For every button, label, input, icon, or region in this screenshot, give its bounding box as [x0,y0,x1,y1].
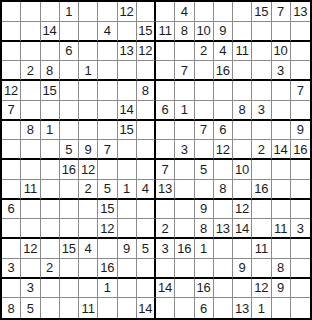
cell-r11c12[interactable] [214,200,233,220]
cell-r2c7[interactable] [118,22,137,42]
cell-r10c11[interactable] [195,180,214,200]
given-cell-r12c13[interactable]: 14 [233,219,252,239]
cell-r2c13[interactable] [233,22,252,42]
given-cell-r3c13[interactable]: 11 [233,42,252,62]
given-cell-r2c10[interactable]: 8 [175,22,194,42]
cell-r4c14[interactable] [252,61,271,81]
cell-r5c15[interactable] [272,81,291,101]
cell-r15c7[interactable] [118,279,137,299]
cell-r13c16[interactable] [291,239,310,259]
cell-r11c10[interactable] [175,200,194,220]
cell-r16c3[interactable] [41,298,60,318]
given-cell-r15c9[interactable]: 14 [156,279,175,299]
cell-r8c13[interactable] [233,140,252,160]
cell-r11c3[interactable] [41,200,60,220]
given-cell-r12c9[interactable]: 2 [156,219,175,239]
given-cell-r14c1[interactable]: 3 [2,259,21,279]
cell-r11c5[interactable] [79,200,98,220]
given-cell-r12c16[interactable]: 3 [291,219,310,239]
cell-r2c16[interactable] [291,22,310,42]
cell-r3c1[interactable] [2,42,21,62]
given-cell-r13c7[interactable]: 9 [118,239,137,259]
cell-r2c15[interactable] [272,22,291,42]
sudoku-page: 1124157131441511810961312241110281716312… [0,0,312,320]
cell-r12c14[interactable] [252,219,271,239]
cell-r15c16[interactable] [291,279,310,299]
cell-r7c9[interactable] [156,121,175,141]
given-cell-r13c10[interactable]: 16 [175,239,194,259]
cell-r6c5[interactable] [79,101,98,121]
cell-r6c12[interactable] [214,101,233,121]
cell-r4c16[interactable] [291,61,310,81]
cell-r5c13[interactable] [233,81,252,101]
cell-r9c15[interactable] [272,160,291,180]
cell-r4c6[interactable] [98,61,117,81]
cell-r3c2[interactable] [21,42,40,62]
given-cell-r12c12[interactable]: 13 [214,219,233,239]
cell-r16c9[interactable] [156,298,175,318]
cell-r15c1[interactable] [2,279,21,299]
given-cell-r3c15[interactable]: 10 [272,42,291,62]
cell-r11c15[interactable] [272,200,291,220]
given-cell-r13c2[interactable]: 12 [21,239,40,259]
cell-r13c15[interactable] [272,239,291,259]
cell-r16c7[interactable] [118,298,137,318]
given-cell-r8c14[interactable]: 2 [252,140,271,160]
given-cell-r3c8[interactable]: 12 [137,42,156,62]
cell-r5c10[interactable] [175,81,194,101]
given-cell-r11c6[interactable]: 15 [98,200,117,220]
cell-r14c9[interactable] [156,259,175,279]
cell-r8c1[interactable] [2,140,21,160]
cell-r6c15[interactable] [272,101,291,121]
cell-r7c15[interactable] [272,121,291,141]
given-cell-r16c5[interactable]: 11 [79,298,98,318]
given-cell-r1c15[interactable]: 7 [272,2,291,22]
given-cell-r10c9[interactable]: 13 [156,180,175,200]
cell-r8c7[interactable] [118,140,137,160]
cell-r14c2[interactable] [21,259,40,279]
cell-r3c14[interactable] [252,42,271,62]
given-cell-r3c12[interactable]: 4 [214,42,233,62]
cell-r9c16[interactable] [291,160,310,180]
given-cell-r6c1[interactable]: 7 [2,101,21,121]
given-cell-r14c3[interactable]: 2 [41,259,60,279]
given-cell-r9c9[interactable]: 7 [156,160,175,180]
given-cell-r6c9[interactable]: 6 [156,101,175,121]
cell-r8c8[interactable] [137,140,156,160]
cell-r14c14[interactable] [252,259,271,279]
given-cell-r13c4[interactable]: 15 [60,239,79,259]
cell-r15c8[interactable] [137,279,156,299]
given-cell-r8c6[interactable]: 7 [98,140,117,160]
cell-r1c12[interactable] [214,2,233,22]
cell-r3c5[interactable] [79,42,98,62]
given-cell-r9c5[interactable]: 12 [79,160,98,180]
cell-r2c4[interactable] [60,22,79,42]
given-cell-r10c14[interactable]: 16 [252,180,271,200]
cell-r2c1[interactable] [2,22,21,42]
cell-r1c9[interactable] [156,2,175,22]
cell-r3c3[interactable] [41,42,60,62]
given-cell-r10c7[interactable]: 1 [118,180,137,200]
given-cell-r8c16[interactable]: 16 [291,140,310,160]
cell-r14c10[interactable] [175,259,194,279]
given-cell-r10c2[interactable]: 11 [21,180,40,200]
given-cell-r7c16[interactable]: 9 [291,121,310,141]
cell-r2c5[interactable] [79,22,98,42]
given-cell-r10c6[interactable]: 5 [98,180,117,200]
cell-r8c11[interactable] [195,140,214,160]
given-cell-r13c8[interactable]: 5 [137,239,156,259]
cell-r12c10[interactable] [175,219,194,239]
given-cell-r3c4[interactable]: 6 [60,42,79,62]
cell-r8c2[interactable] [21,140,40,160]
cell-r12c3[interactable] [41,219,60,239]
cell-r4c8[interactable] [137,61,156,81]
cell-r8c9[interactable] [156,140,175,160]
cell-r7c8[interactable] [137,121,156,141]
given-cell-r15c14[interactable]: 12 [252,279,271,299]
given-cell-r9c4[interactable]: 16 [60,160,79,180]
cell-r1c5[interactable] [79,2,98,22]
cell-r1c13[interactable] [233,2,252,22]
given-cell-r12c6[interactable]: 12 [98,219,117,239]
cell-r9c8[interactable] [137,160,156,180]
cell-r15c12[interactable] [214,279,233,299]
cell-r6c2[interactable] [21,101,40,121]
cell-r14c11[interactable] [195,259,214,279]
cell-r5c12[interactable] [214,81,233,101]
cell-r5c7[interactable] [118,81,137,101]
given-cell-r3c7[interactable]: 13 [118,42,137,62]
cell-r16c16[interactable] [291,298,310,318]
cell-r1c11[interactable] [195,2,214,22]
cell-r10c1[interactable] [2,180,21,200]
given-cell-r13c9[interactable]: 3 [156,239,175,259]
cell-r9c6[interactable] [98,160,117,180]
cell-r11c8[interactable] [137,200,156,220]
given-cell-r4c3[interactable]: 8 [41,61,60,81]
cell-r8c3[interactable] [41,140,60,160]
given-cell-r5c16[interactable]: 7 [291,81,310,101]
given-cell-r13c5[interactable]: 4 [79,239,98,259]
cell-r15c5[interactable] [79,279,98,299]
cell-r6c11[interactable] [195,101,214,121]
given-cell-r15c6[interactable]: 1 [98,279,117,299]
cell-r5c2[interactable] [21,81,40,101]
sudoku-board: 1124157131441511810961312241110281716312… [0,0,312,320]
cell-r10c15[interactable] [272,180,291,200]
given-cell-r8c4[interactable]: 5 [60,140,79,160]
given-cell-r8c10[interactable]: 3 [175,140,194,160]
cell-r6c4[interactable] [60,101,79,121]
cell-r11c7[interactable] [118,200,137,220]
given-cell-r16c13[interactable]: 13 [233,298,252,318]
cell-r7c13[interactable] [233,121,252,141]
given-cell-r8c15[interactable]: 14 [272,140,291,160]
given-cell-r6c13[interactable]: 8 [233,101,252,121]
given-cell-r2c11[interactable]: 10 [195,22,214,42]
given-cell-r4c12[interactable]: 16 [214,61,233,81]
given-cell-r2c6[interactable]: 4 [98,22,117,42]
cell-r12c4[interactable] [60,219,79,239]
cell-r5c9[interactable] [156,81,175,101]
given-cell-r11c11[interactable]: 9 [195,200,214,220]
given-cell-r13c11[interactable]: 1 [195,239,214,259]
cell-r6c6[interactable] [98,101,117,121]
given-cell-r1c10[interactable]: 4 [175,2,194,22]
cell-r4c4[interactable] [60,61,79,81]
given-cell-r7c11[interactable]: 7 [195,121,214,141]
given-cell-r11c1[interactable]: 6 [2,200,21,220]
given-cell-r16c8[interactable]: 14 [137,298,156,318]
given-cell-r16c2[interactable]: 5 [21,298,40,318]
cell-r1c2[interactable] [21,2,40,22]
cell-r14c12[interactable] [214,259,233,279]
given-cell-r8c5[interactable]: 9 [79,140,98,160]
cell-r5c6[interactable] [98,81,117,101]
given-cell-r10c5[interactable]: 2 [79,180,98,200]
given-cell-r16c11[interactable]: 6 [195,298,214,318]
given-cell-r8c12[interactable]: 12 [214,140,233,160]
given-cell-r13c14[interactable]: 11 [252,239,271,259]
given-cell-r1c7[interactable]: 12 [118,2,137,22]
cell-r10c13[interactable] [233,180,252,200]
cell-r3c9[interactable] [156,42,175,62]
given-cell-r6c7[interactable]: 14 [118,101,137,121]
cell-r7c10[interactable] [175,121,194,141]
cell-r13c1[interactable] [2,239,21,259]
cell-r10c3[interactable] [41,180,60,200]
given-cell-r3c11[interactable]: 2 [195,42,214,62]
cell-r6c16[interactable] [291,101,310,121]
cell-r9c14[interactable] [252,160,271,180]
cell-r16c12[interactable] [214,298,233,318]
given-cell-r6c14[interactable]: 3 [252,101,271,121]
given-cell-r2c8[interactable]: 15 [137,22,156,42]
given-cell-r16c14[interactable]: 1 [252,298,271,318]
given-cell-r7c7[interactable]: 15 [118,121,137,141]
cell-r5c5[interactable] [79,81,98,101]
cell-r16c4[interactable] [60,298,79,318]
cell-r4c9[interactable] [156,61,175,81]
given-cell-r12c11[interactable]: 8 [195,219,214,239]
cell-r9c12[interactable] [214,160,233,180]
cell-r10c4[interactable] [60,180,79,200]
cell-r7c1[interactable] [2,121,21,141]
cell-r13c12[interactable] [214,239,233,259]
cell-r16c6[interactable] [98,298,117,318]
cell-r3c10[interactable] [175,42,194,62]
given-cell-r4c5[interactable]: 1 [79,61,98,81]
given-cell-r5c8[interactable]: 8 [137,81,156,101]
cell-r14c4[interactable] [60,259,79,279]
cell-r5c14[interactable] [252,81,271,101]
cell-r12c1[interactable] [2,219,21,239]
cell-r13c13[interactable] [233,239,252,259]
given-cell-r4c10[interactable]: 7 [175,61,194,81]
cell-r9c3[interactable] [41,160,60,180]
cell-r2c2[interactable] [21,22,40,42]
cell-r1c1[interactable] [2,2,21,22]
cell-r6c8[interactable] [137,101,156,121]
cell-r1c3[interactable] [41,2,60,22]
cell-r3c16[interactable] [291,42,310,62]
given-cell-r5c1[interactable]: 12 [2,81,21,101]
cell-r12c5[interactable] [79,219,98,239]
cell-r11c2[interactable] [21,200,40,220]
cell-r14c5[interactable] [79,259,98,279]
cell-r16c15[interactable] [272,298,291,318]
given-cell-r4c15[interactable]: 3 [272,61,291,81]
cell-r11c14[interactable] [252,200,271,220]
given-cell-r7c2[interactable]: 8 [21,121,40,141]
given-cell-r1c16[interactable]: 13 [291,2,310,22]
given-cell-r7c12[interactable]: 6 [214,121,233,141]
cell-r5c11[interactable] [195,81,214,101]
cell-r9c10[interactable] [175,160,194,180]
cell-r2c14[interactable] [252,22,271,42]
cell-r12c8[interactable] [137,219,156,239]
cell-r15c4[interactable] [60,279,79,299]
given-cell-r2c9[interactable]: 11 [156,22,175,42]
given-cell-r15c15[interactable]: 9 [272,279,291,299]
given-cell-r1c4[interactable]: 1 [60,2,79,22]
given-cell-r7c3[interactable]: 1 [41,121,60,141]
cell-r3c6[interactable] [98,42,117,62]
given-cell-r2c12[interactable]: 9 [214,22,233,42]
given-cell-r5c3[interactable]: 15 [41,81,60,101]
given-cell-r9c13[interactable]: 10 [233,160,252,180]
cell-r12c2[interactable] [21,219,40,239]
cell-r10c10[interactable] [175,180,194,200]
cell-r7c5[interactable] [79,121,98,141]
cell-r14c8[interactable] [137,259,156,279]
cell-r13c6[interactable] [98,239,117,259]
given-cell-r14c15[interactable]: 8 [272,259,291,279]
cell-r12c7[interactable] [118,219,137,239]
cell-r9c2[interactable] [21,160,40,180]
cell-r14c7[interactable] [118,259,137,279]
given-cell-r14c13[interactable]: 9 [233,259,252,279]
cell-r1c8[interactable] [137,2,156,22]
cell-r7c4[interactable] [60,121,79,141]
given-cell-r10c8[interactable]: 4 [137,180,156,200]
given-cell-r4c2[interactable]: 2 [21,61,40,81]
cell-r13c3[interactable] [41,239,60,259]
given-cell-r12c15[interactable]: 11 [272,219,291,239]
cell-r9c1[interactable] [2,160,21,180]
given-cell-r1c14[interactable]: 15 [252,2,271,22]
cell-r4c7[interactable] [118,61,137,81]
cell-r11c4[interactable] [60,200,79,220]
cell-r6c3[interactable] [41,101,60,121]
cell-r5c4[interactable] [60,81,79,101]
given-cell-r2c3[interactable]: 14 [41,22,60,42]
cell-r14c16[interactable] [291,259,310,279]
cell-r9c7[interactable] [118,160,137,180]
cell-r1c6[interactable] [98,2,117,22]
cell-r11c16[interactable] [291,200,310,220]
cell-r4c1[interactable] [2,61,21,81]
given-cell-r6c10[interactable]: 1 [175,101,194,121]
cell-r4c11[interactable] [195,61,214,81]
cell-r4c13[interactable] [233,61,252,81]
cell-r11c9[interactable] [156,200,175,220]
given-cell-r9c11[interactable]: 5 [195,160,214,180]
given-cell-r14c6[interactable]: 16 [98,259,117,279]
cell-r7c14[interactable] [252,121,271,141]
given-cell-r15c2[interactable]: 3 [21,279,40,299]
cell-r15c3[interactable] [41,279,60,299]
given-cell-r15c11[interactable]: 16 [195,279,214,299]
given-cell-r11c13[interactable]: 12 [233,200,252,220]
cell-r7c6[interactable] [98,121,117,141]
cell-r15c13[interactable] [233,279,252,299]
given-cell-r16c1[interactable]: 8 [2,298,21,318]
cell-r15c10[interactable] [175,279,194,299]
cell-r10c16[interactable] [291,180,310,200]
given-cell-r10c12[interactable]: 8 [214,180,233,200]
cell-r16c10[interactable] [175,298,194,318]
